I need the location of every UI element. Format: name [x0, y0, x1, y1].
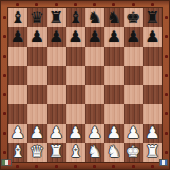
square-d4[interactable]: [66, 85, 85, 104]
square-c6[interactable]: [47, 47, 66, 66]
square-g1[interactable]: ♚: [124, 143, 143, 162]
frame-dot: [112, 3, 115, 6]
square-f4[interactable]: [104, 85, 123, 104]
frame-dot: [3, 74, 6, 77]
square-f1[interactable]: ♞: [104, 143, 123, 162]
frame-dot: [112, 165, 115, 168]
square-h3[interactable]: [143, 104, 162, 123]
frame-dot: [165, 93, 168, 96]
square-b6[interactable]: [27, 47, 46, 66]
piece-black-rook[interactable]: ♜: [49, 9, 63, 25]
square-e5[interactable]: [85, 66, 104, 85]
square-f2[interactable]: ♟: [104, 124, 123, 143]
square-h4[interactable]: [143, 85, 162, 104]
square-g8[interactable]: ♚: [124, 8, 143, 27]
square-c4[interactable]: [47, 85, 66, 104]
square-a4[interactable]: [8, 85, 27, 104]
piece-black-pawn[interactable]: ♟: [145, 28, 159, 44]
frame-dot: [165, 132, 168, 135]
piece-black-knight[interactable]: ♞: [87, 9, 101, 25]
frame-dot: [35, 165, 38, 168]
square-d8[interactable]: ♝: [66, 8, 85, 27]
piece-black-pawn[interactable]: ♟: [87, 28, 101, 44]
frame-dot: [132, 165, 135, 168]
frame-dot: [55, 3, 58, 6]
square-g4[interactable]: [124, 85, 143, 104]
square-b1[interactable]: ♛: [27, 143, 46, 162]
piece-black-rook[interactable]: ♜: [145, 9, 159, 25]
piece-black-king[interactable]: ♚: [126, 9, 140, 25]
frame-dot: [3, 151, 6, 154]
frame-dot: [165, 74, 168, 77]
square-h8[interactable]: ♜: [143, 8, 162, 27]
piece-white-pawn[interactable]: ♟: [107, 125, 121, 141]
square-d5[interactable]: [66, 66, 85, 85]
square-h5[interactable]: [143, 66, 162, 85]
square-e6[interactable]: [85, 47, 104, 66]
square-e3[interactable]: [85, 104, 104, 123]
square-h6[interactable]: [143, 47, 162, 66]
frame-dot: [93, 3, 96, 6]
square-c5[interactable]: [47, 66, 66, 85]
piece-white-pawn[interactable]: ♟: [145, 125, 159, 141]
frame-dot: [3, 93, 6, 96]
badge-stripe: [8, 160, 11, 165]
square-a8[interactable]: ♝: [8, 8, 27, 27]
square-b3[interactable]: [27, 104, 46, 123]
frame-dot: [3, 35, 6, 38]
piece-white-pawn[interactable]: ♟: [30, 125, 44, 141]
square-a5[interactable]: [8, 66, 27, 85]
frame-dot: [3, 55, 6, 58]
frame-dot: [151, 165, 154, 168]
frame-dot: [3, 16, 6, 19]
square-c7[interactable]: ♟: [47, 27, 66, 46]
square-b8[interactable]: ♛: [27, 8, 46, 27]
square-a7[interactable]: ♟: [8, 27, 27, 46]
piece-white-pawn[interactable]: ♟: [49, 125, 63, 141]
square-b7[interactable]: ♟: [27, 27, 46, 46]
piece-black-pawn[interactable]: ♟: [30, 28, 44, 44]
badge-stripe: [165, 160, 167, 165]
square-d7[interactable]: ♟: [66, 27, 85, 46]
square-f8[interactable]: ♞: [104, 8, 123, 27]
square-c8[interactable]: ♜: [47, 8, 66, 27]
frame-dot: [165, 16, 168, 19]
frame-dot: [93, 165, 96, 168]
square-g5[interactable]: [124, 66, 143, 85]
piece-white-queen[interactable]: ♛: [30, 144, 44, 160]
frame-dot: [55, 165, 58, 168]
piece-black-pawn[interactable]: ♟: [126, 28, 140, 44]
square-g3[interactable]: [124, 104, 143, 123]
piece-white-rook[interactable]: ♜: [145, 144, 159, 160]
square-g6[interactable]: [124, 47, 143, 66]
piece-white-pawn[interactable]: ♟: [87, 125, 101, 141]
frame-dot: [3, 132, 6, 135]
square-e7[interactable]: ♟: [85, 27, 104, 46]
frame-dot: [16, 3, 19, 6]
square-d2[interactable]: ♟: [66, 124, 85, 143]
square-e8[interactable]: ♞: [85, 8, 104, 27]
square-a2[interactable]: ♟: [8, 124, 27, 143]
piece-white-bishop[interactable]: ♝: [10, 144, 24, 160]
corner-badge-right: [159, 159, 168, 166]
piece-white-king[interactable]: ♚: [126, 144, 140, 160]
frame-dot: [165, 55, 168, 58]
square-g7[interactable]: ♟: [124, 27, 143, 46]
square-e4[interactable]: [85, 85, 104, 104]
square-b2[interactable]: ♟: [27, 124, 46, 143]
piece-black-bishop[interactable]: ♝: [68, 9, 82, 25]
chess-board-frame: ♝♛♜♝♞♞♚♜♟♟♟♟♟♟♟♟♟♟♟♟♟♟♟♟♝♛♜♝♞♞♚♜: [0, 0, 170, 170]
piece-white-rook[interactable]: ♜: [49, 144, 63, 160]
piece-black-pawn[interactable]: ♟: [49, 28, 63, 44]
square-h2[interactable]: ♟: [143, 124, 162, 143]
piece-black-queen[interactable]: ♛: [30, 9, 44, 25]
chess-board: ♝♛♜♝♞♞♚♜♟♟♟♟♟♟♟♟♟♟♟♟♟♟♟♟♝♛♜♝♞♞♚♜: [8, 8, 162, 162]
frame-dot: [16, 165, 19, 168]
piece-white-knight[interactable]: ♞: [107, 144, 121, 160]
square-a6[interactable]: [8, 47, 27, 66]
square-f3[interactable]: [104, 104, 123, 123]
frame-dot: [165, 151, 168, 154]
piece-white-pawn[interactable]: ♟: [126, 125, 140, 141]
square-b4[interactable]: [27, 85, 46, 104]
square-h7[interactable]: ♟: [143, 27, 162, 46]
square-d1[interactable]: ♝: [66, 143, 85, 162]
piece-white-pawn[interactable]: ♟: [68, 125, 82, 141]
frame-dot: [74, 3, 77, 6]
square-d3[interactable]: [66, 104, 85, 123]
piece-white-bishop[interactable]: ♝: [68, 144, 82, 160]
corner-badge-left: [1, 159, 12, 166]
frame-dot: [35, 3, 38, 6]
piece-white-pawn[interactable]: ♟: [10, 125, 24, 141]
frame-dot: [151, 3, 154, 6]
piece-black-knight[interactable]: ♞: [107, 9, 121, 25]
frame-dot: [3, 112, 6, 115]
square-d6[interactable]: [66, 47, 85, 66]
square-c3[interactable]: [47, 104, 66, 123]
square-e1[interactable]: ♞: [85, 143, 104, 162]
square-c1[interactable]: ♜: [47, 143, 66, 162]
square-e2[interactable]: ♟: [85, 124, 104, 143]
square-a3[interactable]: [8, 104, 27, 123]
square-f5[interactable]: [104, 66, 123, 85]
square-f7[interactable]: ♟: [104, 27, 123, 46]
piece-black-pawn[interactable]: ♟: [10, 28, 24, 44]
frame-dot: [74, 165, 77, 168]
frame-dot: [165, 112, 168, 115]
square-c2[interactable]: ♟: [47, 124, 66, 143]
square-b5[interactable]: [27, 66, 46, 85]
frame-dot: [165, 35, 168, 38]
piece-black-pawn[interactable]: ♟: [68, 28, 82, 44]
square-g2[interactable]: ♟: [124, 124, 143, 143]
piece-black-pawn[interactable]: ♟: [107, 28, 121, 44]
square-f6[interactable]: [104, 47, 123, 66]
piece-white-knight[interactable]: ♞: [87, 144, 101, 160]
piece-black-bishop[interactable]: ♝: [10, 9, 24, 25]
frame-dot: [132, 3, 135, 6]
